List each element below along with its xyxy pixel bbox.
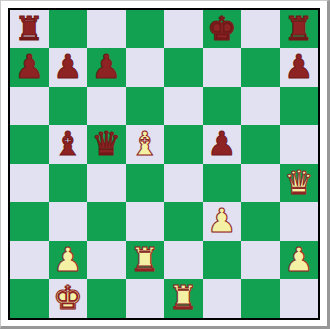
black-pawn[interactable]: ♟ [14,48,44,87]
square-f5[interactable]: ♟ [203,125,242,164]
white-pawn[interactable]: ♟ [284,241,314,280]
square-e7[interactable] [164,48,203,87]
white-queen[interactable]: ♛ [284,164,314,203]
square-h6[interactable] [280,87,319,126]
square-b3[interactable] [49,202,88,241]
square-h7[interactable]: ♟ [280,48,319,87]
black-pawn[interactable]: ♟ [91,48,121,87]
square-e1[interactable]: ♜ [164,279,203,318]
square-b8[interactable] [49,10,88,49]
square-e2[interactable] [164,241,203,280]
square-a3[interactable] [10,202,49,241]
square-d8[interactable] [126,10,165,49]
white-rook[interactable]: ♜ [168,279,198,318]
black-pawn[interactable]: ♟ [207,125,237,164]
square-a2[interactable] [10,241,49,280]
square-d6[interactable] [126,87,165,126]
square-g7[interactable] [241,48,280,87]
square-b4[interactable] [49,164,88,203]
square-f8[interactable]: ♚ [203,10,242,49]
square-d5[interactable]: ♝ [126,125,165,164]
black-queen[interactable]: ♛ [91,125,121,164]
square-g2[interactable] [241,241,280,280]
square-e8[interactable] [164,10,203,49]
black-rook[interactable]: ♜ [14,10,44,49]
black-king[interactable]: ♚ [207,10,237,49]
square-b5[interactable]: ♝ [49,125,88,164]
square-a5[interactable] [10,125,49,164]
square-g1[interactable] [241,279,280,318]
square-g6[interactable] [241,87,280,126]
square-d4[interactable] [126,164,165,203]
square-c2[interactable] [87,241,126,280]
square-a4[interactable] [10,164,49,203]
black-bishop[interactable]: ♝ [53,125,83,164]
square-a6[interactable] [10,87,49,126]
square-f4[interactable] [203,164,242,203]
square-b7[interactable]: ♟ [49,48,88,87]
square-e3[interactable] [164,202,203,241]
square-g4[interactable] [241,164,280,203]
white-pawn[interactable]: ♟ [207,202,237,241]
square-d2[interactable]: ♜ [126,241,165,280]
square-f2[interactable] [203,241,242,280]
square-h8[interactable]: ♜ [280,10,319,49]
square-c5[interactable]: ♛ [87,125,126,164]
black-rook[interactable]: ♜ [284,10,314,49]
square-b2[interactable]: ♟ [49,241,88,280]
square-g5[interactable] [241,125,280,164]
black-pawn[interactable]: ♟ [284,48,314,87]
square-h1[interactable] [280,279,319,318]
square-e4[interactable] [164,164,203,203]
square-f1[interactable] [203,279,242,318]
square-g3[interactable] [241,202,280,241]
square-f7[interactable] [203,48,242,87]
square-h4[interactable]: ♛ [280,164,319,203]
square-h3[interactable] [280,202,319,241]
white-rook[interactable]: ♜ [130,241,160,280]
square-a1[interactable] [10,279,49,318]
square-a8[interactable]: ♜ [10,10,49,49]
board-frame: ♜♚♜♟♟♟♟♝♛♝♟♛♟♟♜♟♚♜ [0,0,330,329]
square-c7[interactable]: ♟ [87,48,126,87]
square-e6[interactable] [164,87,203,126]
square-d3[interactable] [126,202,165,241]
square-g8[interactable] [241,10,280,49]
square-c6[interactable] [87,87,126,126]
square-c8[interactable] [87,10,126,49]
white-king[interactable]: ♚ [53,279,83,318]
square-h5[interactable] [280,125,319,164]
square-f3[interactable]: ♟ [203,202,242,241]
square-d7[interactable] [126,48,165,87]
white-bishop[interactable]: ♝ [130,125,160,164]
square-c3[interactable] [87,202,126,241]
square-b1[interactable]: ♚ [49,279,88,318]
square-h2[interactable]: ♟ [280,241,319,280]
black-pawn[interactable]: ♟ [53,48,83,87]
square-a7[interactable]: ♟ [10,48,49,87]
square-d1[interactable] [126,279,165,318]
square-e5[interactable] [164,125,203,164]
square-c4[interactable] [87,164,126,203]
square-b6[interactable] [49,87,88,126]
square-c1[interactable] [87,279,126,318]
chess-board: ♜♚♜♟♟♟♟♝♛♝♟♛♟♟♜♟♚♜ [8,8,320,320]
white-pawn[interactable]: ♟ [53,241,83,280]
square-f6[interactable] [203,87,242,126]
